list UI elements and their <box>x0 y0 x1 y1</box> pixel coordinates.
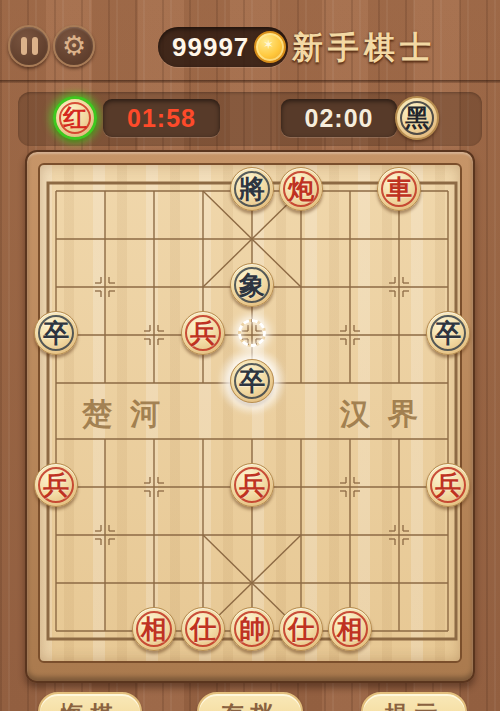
piece-black-將[interactable]: 將 <box>230 167 274 211</box>
piece-red-兵[interactable]: 兵 <box>230 463 274 507</box>
save-button[interactable]: 存档 <box>197 692 303 711</box>
xiangqi-board[interactable]: 楚河 汉界 將炮車象卒兵卒卒兵兵兵相仕帥仕相 <box>38 163 462 663</box>
coin-icon: ✶ <box>254 31 286 63</box>
piece-black-卒[interactable]: 卒 <box>426 311 470 355</box>
red-player-label: 红 <box>63 102 87 134</box>
undo-button[interactable]: 悔棋 <box>38 692 142 711</box>
piece-black-卒[interactable]: 卒 <box>230 359 274 403</box>
piece-black-卒[interactable]: 卒 <box>34 311 78 355</box>
player-rank-title: 新手棋士 <box>292 27 492 69</box>
piece-red-仕[interactable]: 仕 <box>181 607 225 651</box>
black-timer: 02:00 <box>281 99 397 137</box>
settings-button[interactable]: ⚙ <box>53 25 95 67</box>
board-panel: 楚河 汉界 將炮車象卒兵卒卒兵兵兵相仕帥仕相 <box>25 150 475 683</box>
black-player-badge: 黑 <box>395 96 439 140</box>
piece-red-相[interactable]: 相 <box>328 607 372 651</box>
piece-black-象[interactable]: 象 <box>230 263 274 307</box>
xiangqi-game-screen: { "game": "xiangqi", "app": { "coins": "… <box>0 0 500 711</box>
piece-red-相[interactable]: 相 <box>132 607 176 651</box>
hint-button[interactable]: 提示 <box>361 692 467 711</box>
piece-red-帥[interactable]: 帥 <box>230 607 274 651</box>
piece-red-兵[interactable]: 兵 <box>34 463 78 507</box>
pause-icon <box>21 37 38 55</box>
piece-red-車[interactable]: 車 <box>377 167 421 211</box>
piece-red-炮[interactable]: 炮 <box>279 167 323 211</box>
red-timer: 01:58 <box>103 99 220 137</box>
coin-counter[interactable]: 99997 ✶ <box>158 27 288 67</box>
piece-red-兵[interactable]: 兵 <box>181 311 225 355</box>
pause-button[interactable] <box>8 25 50 67</box>
black-player-label: 黑 <box>405 102 429 134</box>
top-divider <box>0 80 500 83</box>
last-move-origin-marker <box>238 319 266 347</box>
piece-red-兵[interactable]: 兵 <box>426 463 470 507</box>
gear-icon: ⚙ <box>62 33 86 60</box>
coin-count: 99997 <box>158 32 249 63</box>
piece-red-仕[interactable]: 仕 <box>279 607 323 651</box>
piece-layer: 將炮車象卒兵卒卒兵兵兵相仕帥仕相 <box>40 165 464 665</box>
red-player-badge: 红 <box>53 96 97 140</box>
